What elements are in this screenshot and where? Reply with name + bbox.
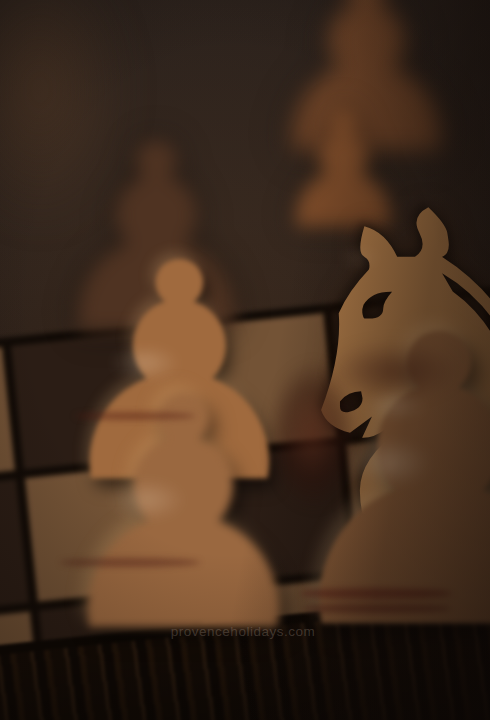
- chess-photo-scene: ♟♟♟♟♞♟♟ provenceholidays.com: [0, 0, 490, 720]
- board-square: [346, 429, 490, 568]
- board-square: [171, 313, 336, 452]
- board-square: [0, 479, 28, 618]
- board-square: [11, 330, 176, 469]
- watermark-text: provenceholidays.com: [171, 624, 315, 639]
- specular-highlight: [330, 244, 390, 272]
- board-square: [185, 446, 350, 585]
- blurred-piece-f7: ♟: [255, 0, 479, 190]
- board-square: [332, 296, 490, 435]
- background-bokeh-blob: [0, 0, 130, 230]
- blurred-piece-f6: ♟: [272, 92, 415, 252]
- board-square: [24, 462, 189, 601]
